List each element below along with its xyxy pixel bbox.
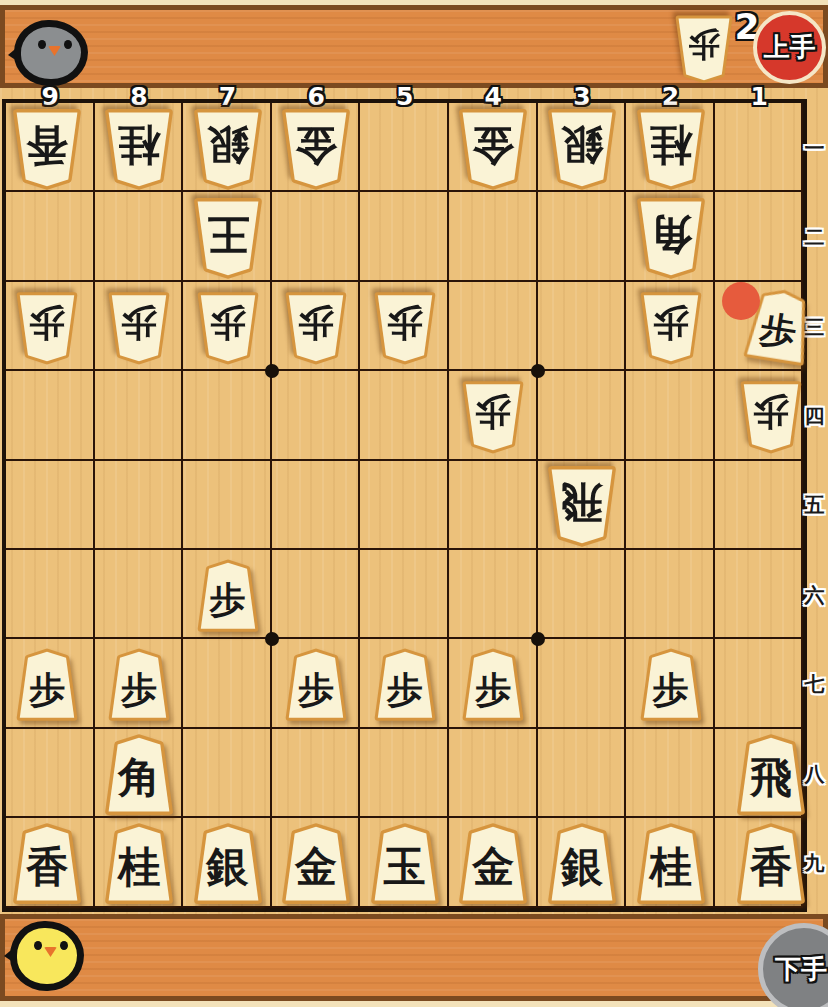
- board-cell[interactable]: [449, 729, 538, 818]
- shogi-piece-歩-53[interactable]: 歩: [371, 290, 439, 366]
- shogi-piece-歩-63[interactable]: 歩: [282, 290, 350, 366]
- page-edge-bottom: [0, 1001, 828, 1007]
- piece-kanji: 桂: [633, 822, 709, 906]
- shogi-piece-香-19[interactable]: 香: [733, 822, 809, 906]
- shogi-piece-歩-67[interactable]: 歩: [282, 647, 350, 723]
- board-cell[interactable]: [360, 103, 449, 192]
- star-point: [531, 364, 545, 378]
- board-cell[interactable]: [183, 461, 272, 550]
- board-cell[interactable]: [537, 550, 626, 639]
- board-cell[interactable]: [626, 550, 715, 639]
- shogi-piece-歩-83[interactable]: 歩: [105, 290, 173, 366]
- star-point: [531, 632, 545, 646]
- piece-kanji: 桂: [633, 107, 709, 191]
- piece-kanji: 歩: [371, 290, 439, 366]
- piece-kanji: 銀: [544, 822, 620, 906]
- board-cell[interactable]: [6, 461, 95, 550]
- board-cell[interactable]: [6, 729, 95, 818]
- piece-kanji: 金: [455, 107, 531, 191]
- shogi-piece-歩-97[interactable]: 歩: [13, 647, 81, 723]
- shogi-piece-銀-39[interactable]: 銀: [544, 822, 620, 906]
- piece-kanji: 香: [733, 822, 809, 906]
- piece-kanji: 角: [633, 196, 709, 280]
- last-move-marker: [722, 282, 760, 320]
- piece-kanji: 金: [278, 107, 354, 191]
- piece-kanji: 香: [9, 107, 85, 191]
- board-cell[interactable]: [449, 461, 538, 550]
- shogi-piece-金-49[interactable]: 金: [455, 822, 531, 906]
- board-cell[interactable]: [537, 192, 626, 281]
- piece-kanji: 歩: [282, 290, 350, 366]
- captured-piece-uwate[interactable]: 歩: [672, 14, 736, 84]
- star-point: [265, 632, 279, 646]
- board-cell[interactable]: [272, 371, 361, 460]
- shogi-piece-歩-23[interactable]: 歩: [637, 290, 705, 366]
- board-cell[interactable]: [626, 371, 715, 460]
- board-cell[interactable]: [272, 550, 361, 639]
- shogi-piece-角-22[interactable]: 角: [633, 196, 709, 280]
- shogi-piece-歩-87[interactable]: 歩: [105, 647, 173, 723]
- shogi-piece-金-61[interactable]: 金: [278, 107, 354, 191]
- bird-beak: [48, 46, 61, 56]
- piece-kanji: 歩: [105, 647, 173, 723]
- piece-kanji: 歩: [282, 647, 350, 723]
- uwate-badge: 上手: [753, 11, 826, 84]
- board-cell[interactable]: [449, 192, 538, 281]
- board-cell[interactable]: [626, 461, 715, 550]
- shogi-piece-金-41[interactable]: 金: [455, 107, 531, 191]
- board-cell[interactable]: [360, 729, 449, 818]
- player-avatar-chick-icon: [10, 921, 84, 991]
- file-label-5: 5: [390, 82, 420, 111]
- board-cell[interactable]: [360, 371, 449, 460]
- shogi-piece-銀-79[interactable]: 銀: [190, 822, 266, 906]
- board-cell[interactable]: [272, 729, 361, 818]
- piece-kanji: 歩: [13, 290, 81, 366]
- board-cell[interactable]: [537, 282, 626, 371]
- board-cell[interactable]: [626, 729, 715, 818]
- piece-kanji: 歩: [459, 379, 527, 455]
- piece-kanji: 桂: [101, 107, 177, 191]
- piece-kanji: 歩: [371, 647, 439, 723]
- chick-eye-left: [34, 941, 42, 950]
- piece-kanji: 歩: [105, 290, 173, 366]
- piece-kanji: 銀: [190, 107, 266, 191]
- shogi-piece-銀-31[interactable]: 銀: [544, 107, 620, 191]
- shogi-piece-歩-73[interactable]: 歩: [194, 290, 262, 366]
- uwate-label: 上手: [764, 30, 816, 65]
- piece-kanji: 金: [278, 822, 354, 906]
- chick-beak: [44, 947, 57, 957]
- piece-kanji: 玉: [367, 822, 443, 906]
- star-point: [265, 364, 279, 378]
- captured-piece-kanji: 歩: [672, 14, 736, 84]
- piece-kanji: 金: [455, 822, 531, 906]
- shogi-piece-王-72[interactable]: 王: [190, 196, 266, 280]
- shogi-piece-銀-71[interactable]: 銀: [190, 107, 266, 191]
- piece-kanji: 歩: [194, 290, 262, 366]
- rank-label-6: 六: [801, 582, 828, 609]
- shogi-piece-歩-47[interactable]: 歩: [459, 647, 527, 723]
- shogi-piece-飛-35[interactable]: 飛: [544, 464, 620, 548]
- piece-kanji: 香: [9, 822, 85, 906]
- opponent-avatar-bird-icon: [14, 20, 88, 86]
- shogi-piece-歩-93[interactable]: 歩: [13, 290, 81, 366]
- shogi-piece-歩-44[interactable]: 歩: [459, 379, 527, 455]
- board-cell[interactable]: [714, 550, 803, 639]
- piece-kanji: 角: [101, 733, 177, 817]
- shogi-piece-桂-89[interactable]: 桂: [101, 822, 177, 906]
- board-cell[interactable]: [537, 640, 626, 729]
- rank-label-5: 五: [801, 492, 828, 519]
- board-cell[interactable]: [95, 192, 184, 281]
- shogi-piece-金-69[interactable]: 金: [278, 822, 354, 906]
- board-cell[interactable]: [449, 282, 538, 371]
- piece-kanji: 飛: [733, 733, 809, 817]
- rank-label-1: 一: [801, 135, 828, 162]
- board-cell[interactable]: [360, 461, 449, 550]
- board-cell[interactable]: [714, 640, 803, 729]
- shogi-piece-玉-59[interactable]: 玉: [367, 822, 443, 906]
- board-cell[interactable]: [537, 729, 626, 818]
- piece-kanji: 銀: [544, 107, 620, 191]
- board-cell[interactable]: [714, 461, 803, 550]
- board-cell[interactable]: [714, 192, 803, 281]
- chick-eye-right: [60, 941, 68, 950]
- board-cell[interactable]: [449, 550, 538, 639]
- file-label-1: 1: [744, 82, 774, 111]
- shogi-piece-歩-14[interactable]: 歩: [737, 379, 805, 455]
- board-cell[interactable]: [360, 550, 449, 639]
- board-cell[interactable]: [95, 550, 184, 639]
- piece-kanji: 歩: [194, 558, 262, 634]
- bird-eye-left: [38, 40, 46, 49]
- piece-kanji: 飛: [544, 464, 620, 548]
- piyo-shogi-screen: 歩 2 上手 987654321 一二三四五六七八九 香桂銀金金銀桂王角歩歩歩歩…: [0, 0, 828, 1007]
- shogi-piece-歩-57[interactable]: 歩: [371, 647, 439, 723]
- bottom-player-bar: [0, 914, 828, 1001]
- bird-eye-right: [64, 40, 72, 49]
- board-cell[interactable]: [95, 461, 184, 550]
- board-cell[interactable]: [272, 192, 361, 281]
- shogi-piece-桂-81[interactable]: 桂: [101, 107, 177, 191]
- piece-kanji: 王: [190, 196, 266, 280]
- rank-label-7: 七: [801, 671, 828, 698]
- board-cell[interactable]: [183, 729, 272, 818]
- shogi-piece-歩-76[interactable]: 歩: [194, 558, 262, 634]
- board-cell[interactable]: [95, 371, 184, 460]
- shogi-piece-歩-27[interactable]: 歩: [637, 647, 705, 723]
- board-cell[interactable]: [6, 371, 95, 460]
- piece-kanji: 銀: [190, 822, 266, 906]
- board-cell[interactable]: [272, 461, 361, 550]
- piece-kanji: 桂: [101, 822, 177, 906]
- shogi-piece-香-91[interactable]: 香: [9, 107, 85, 191]
- rank-label-4: 四: [801, 403, 828, 430]
- board-cell[interactable]: [537, 371, 626, 460]
- piece-kanji: 歩: [13, 647, 81, 723]
- piece-kanji: 歩: [637, 647, 705, 723]
- shogi-piece-角-88[interactable]: 角: [101, 733, 177, 817]
- board-cell[interactable]: [6, 192, 95, 281]
- shogi-piece-飛-18[interactable]: 飛: [733, 733, 809, 817]
- piece-kanji: 歩: [637, 290, 705, 366]
- piece-kanji: 歩: [459, 647, 527, 723]
- shitate-label: 下手: [775, 952, 827, 987]
- shogi-piece-桂-29[interactable]: 桂: [633, 822, 709, 906]
- board-cell[interactable]: [6, 550, 95, 639]
- board-cell[interactable]: [360, 192, 449, 281]
- shogi-piece-香-99[interactable]: 香: [9, 822, 85, 906]
- piece-kanji: 歩: [737, 379, 805, 455]
- rank-label-2: 二: [801, 224, 828, 251]
- shogi-piece-桂-21[interactable]: 桂: [633, 107, 709, 191]
- board-cell[interactable]: [183, 640, 272, 729]
- board-cell[interactable]: [714, 103, 803, 192]
- board-cell[interactable]: [183, 371, 272, 460]
